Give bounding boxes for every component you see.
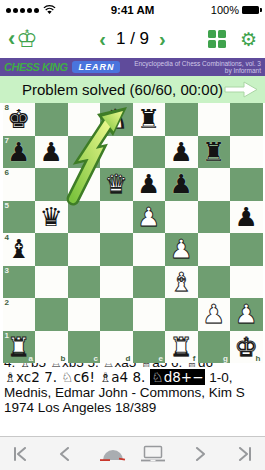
square-b3[interactable] xyxy=(35,266,68,299)
square-f2[interactable] xyxy=(165,298,198,331)
square-a8[interactable]: 8♚ xyxy=(3,103,36,136)
square-f5[interactable] xyxy=(165,201,198,234)
black-rook[interactable]: ♜ xyxy=(137,106,160,132)
square-e6[interactable]: ♟ xyxy=(133,168,166,201)
white-king[interactable]: ♚ xyxy=(235,334,258,360)
file-label: d xyxy=(126,354,131,363)
black-pawn[interactable]: ♟ xyxy=(40,139,63,165)
file-label: g xyxy=(223,354,228,363)
square-d2[interactable] xyxy=(100,298,133,331)
bottom-toolbar xyxy=(0,436,265,470)
square-f4[interactable]: ♟ xyxy=(165,233,198,266)
square-c1[interactable]: c xyxy=(68,331,101,364)
square-h3[interactable] xyxy=(230,266,263,299)
problem-counter: 1 / 9 xyxy=(116,29,149,49)
square-h8[interactable] xyxy=(230,103,263,136)
computer-analysis-button[interactable] xyxy=(140,445,166,463)
next-move-button[interactable] xyxy=(195,447,207,461)
wifi-icon xyxy=(43,5,56,15)
square-b5[interactable]: ♛ xyxy=(35,201,68,234)
problem-solved-text: Problem solved (60/60, 00:00) xyxy=(22,81,223,98)
status-bar: 9:41 AM 100% xyxy=(0,0,265,20)
black-king[interactable]: ♚ xyxy=(7,106,30,132)
square-b4[interactable] xyxy=(35,233,68,266)
result-bar: Problem solved (60/60, 00:00) xyxy=(0,76,265,103)
white-rook[interactable]: ♜ xyxy=(170,334,193,360)
square-a7[interactable]: 7♟ xyxy=(3,136,36,169)
square-f6[interactable]: ♟ xyxy=(165,168,198,201)
chess-king-brand: CHESS KING xyxy=(4,61,67,73)
moves-before: ♗xc2 7. ♘c6! ♗a4 8. xyxy=(4,369,150,385)
square-g5[interactable] xyxy=(198,201,231,234)
square-g7[interactable]: ♜ xyxy=(198,136,231,169)
file-label: c xyxy=(94,354,98,363)
previous-move-button[interactable] xyxy=(58,447,70,461)
black-rook[interactable]: ♜ xyxy=(202,139,225,165)
square-d6[interactable]: ♛ xyxy=(100,168,133,201)
notation-text: ♗xc2 7. ♘c6! ♗a4 8. ♘d8+− 1-0, Mednis, E… xyxy=(4,370,261,415)
app-window: 9:41 AM 100% ‹ ♔ ‹ 1 / 9 › ⚙ CHESS KING … xyxy=(0,0,265,470)
square-g3[interactable] xyxy=(198,266,231,299)
square-f3[interactable]: ♝ xyxy=(165,266,198,299)
square-f7[interactable]: ♟ xyxy=(165,136,198,169)
square-e3[interactable] xyxy=(133,266,166,299)
problem-grid-button[interactable] xyxy=(208,30,226,48)
engine-gauge-button[interactable] xyxy=(100,446,126,462)
rank-label: 8 xyxy=(5,103,9,112)
square-h7[interactable] xyxy=(230,136,263,169)
rank-label: 4 xyxy=(5,233,9,242)
back-button[interactable]: ‹ ♔ xyxy=(8,27,38,51)
square-b8[interactable] xyxy=(35,103,68,136)
square-c6[interactable] xyxy=(68,168,101,201)
square-h6[interactable] xyxy=(230,168,263,201)
square-e4[interactable] xyxy=(133,233,166,266)
white-pawn[interactable]: ♟ xyxy=(235,301,258,327)
last-move-button[interactable] xyxy=(237,447,253,461)
chessking-logo-icon: ♔ xyxy=(16,27,38,51)
square-e5[interactable]: ♟ xyxy=(133,201,166,234)
square-g2[interactable]: ♟ xyxy=(198,298,231,331)
square-d8[interactable]: ♞ xyxy=(100,103,133,136)
square-h1[interactable]: h♚ xyxy=(230,331,263,364)
rank-label: 5 xyxy=(5,201,9,210)
square-h4[interactable] xyxy=(230,233,263,266)
rank-label: 3 xyxy=(5,266,9,275)
black-queen[interactable]: ♛ xyxy=(40,204,63,230)
battery-percentage: 100% xyxy=(211,4,239,16)
white-queen[interactable]: ♛ xyxy=(105,171,128,197)
square-g8[interactable] xyxy=(198,103,231,136)
square-c8[interactable] xyxy=(68,103,101,136)
square-e8[interactable]: ♜ xyxy=(133,103,166,136)
square-e1[interactable]: e xyxy=(133,331,166,364)
square-c3[interactable] xyxy=(68,266,101,299)
white-knight[interactable]: ♞ xyxy=(105,106,128,132)
square-b7[interactable]: ♟ xyxy=(35,136,68,169)
square-b6[interactable] xyxy=(35,168,68,201)
square-d7[interactable] xyxy=(100,136,133,169)
file-label: h xyxy=(256,354,261,363)
rank-label: 7 xyxy=(5,136,9,145)
square-a4[interactable]: 4♝ xyxy=(3,233,36,266)
square-e2[interactable] xyxy=(133,298,166,331)
square-d3[interactable] xyxy=(100,266,133,299)
square-a5[interactable]: 5 xyxy=(3,201,36,234)
course-banner: CHESS KING LEARN Encyclopedia of Chess C… xyxy=(0,58,265,76)
file-label: a xyxy=(29,354,33,363)
square-a6[interactable]: 6 xyxy=(3,168,36,201)
square-c2[interactable] xyxy=(68,298,101,331)
white-pawn[interactable]: ♟ xyxy=(137,204,160,230)
chess-board: 8♚♞♜7♟♟♟♜6♛♟♟5♛♟♟4♝♟3♝2♟♟1a♜bcdef♜gh♚ xyxy=(3,103,263,363)
next-arrow-button[interactable] xyxy=(223,80,259,99)
navigation-bar: ‹ ♔ ‹ 1 / 9 › ⚙ xyxy=(0,20,265,58)
square-e7[interactable] xyxy=(133,136,166,169)
white-bishop[interactable]: ♝ xyxy=(170,269,193,295)
black-bishop[interactable]: ♝ xyxy=(7,236,30,262)
square-c5[interactable] xyxy=(68,201,101,234)
learn-badge: LEARN xyxy=(72,61,120,73)
black-pawn[interactable]: ♟ xyxy=(137,171,160,197)
square-a2[interactable]: 2 xyxy=(3,298,36,331)
square-g6[interactable] xyxy=(198,168,231,201)
file-label: e xyxy=(159,354,163,363)
back-chevron-icon: ‹ xyxy=(8,28,15,50)
clock: 9:41 AM xyxy=(111,4,155,16)
square-c7[interactable] xyxy=(68,136,101,169)
square-a1[interactable]: 1a♜ xyxy=(3,331,36,364)
black-pawn[interactable]: ♟ xyxy=(170,171,193,197)
rank-label: 2 xyxy=(5,298,9,307)
square-h2[interactable]: ♟ xyxy=(230,298,263,331)
black-pawn[interactable]: ♟ xyxy=(7,139,30,165)
square-f8[interactable] xyxy=(165,103,198,136)
square-b2[interactable] xyxy=(35,298,68,331)
black-pawn[interactable]: ♟ xyxy=(170,139,193,165)
square-d4[interactable] xyxy=(100,233,133,266)
square-f1[interactable]: f♜ xyxy=(165,331,198,364)
black-pawn[interactable]: ♟ xyxy=(235,204,258,230)
rank-label: 1 xyxy=(5,331,9,340)
white-pawn[interactable]: ♟ xyxy=(170,236,193,262)
previous-problem-button[interactable]: ‹ xyxy=(99,29,106,49)
file-label: b xyxy=(61,354,66,363)
square-b1[interactable]: b xyxy=(35,331,68,364)
current-move-highlight[interactable]: ♘d8+− xyxy=(150,369,206,385)
signal-strength-icon xyxy=(6,8,39,13)
file-label: f xyxy=(193,354,196,363)
square-h5[interactable]: ♟ xyxy=(230,201,263,234)
first-move-button[interactable] xyxy=(12,447,28,461)
square-g1[interactable]: g xyxy=(198,331,231,364)
rank-label: 6 xyxy=(5,168,9,177)
next-problem-button[interactable]: › xyxy=(159,29,166,49)
square-d5[interactable] xyxy=(100,201,133,234)
square-g4[interactable] xyxy=(198,233,231,266)
square-d1[interactable]: d xyxy=(100,331,133,364)
notation-panel[interactable]: 4. ♗b5 ♖xb5 5. ♖xa5 ♕a5 6. ♕d6 ♗xc2 7. ♘… xyxy=(0,363,265,437)
battery-icon xyxy=(242,6,259,14)
white-pawn[interactable]: ♟ xyxy=(202,301,225,327)
square-c4[interactable] xyxy=(68,233,101,266)
white-rook[interactable]: ♜ xyxy=(7,334,30,360)
square-a3[interactable]: 3 xyxy=(3,266,36,299)
settings-gear-button[interactable]: ⚙ xyxy=(240,30,257,49)
course-title: Encyclopedia of Chess Combinations, vol.… xyxy=(125,60,261,75)
